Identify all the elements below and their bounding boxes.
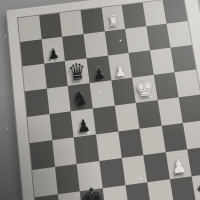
black-queen[interactable]: ♛ (67, 60, 87, 85)
dice-diamond-logo (197, 180, 200, 197)
black-pawn[interactable]: ♟ (76, 117, 91, 136)
square-c3[interactable] (74, 134, 99, 164)
square-a7[interactable] (20, 39, 44, 66)
square-b4[interactable] (49, 111, 74, 140)
square-a2[interactable] (32, 167, 57, 197)
black-pawn[interactable]: ♟ (92, 65, 106, 82)
board-grid: ♜♟♛♟♟♞♚♟♟♟♚ (17, 0, 200, 200)
chessboard: ♜♟♛♟♟♞♚♟♟♟♚ GM CHESS (7, 0, 200, 200)
square-a3[interactable] (30, 140, 55, 170)
square-h5[interactable] (175, 69, 200, 97)
black-pawn[interactable]: ♟ (47, 47, 60, 62)
square-h7[interactable] (167, 21, 192, 48)
square-c8[interactable] (60, 10, 84, 36)
square-b7[interactable]: ♟ (41, 37, 65, 64)
square-b3[interactable] (52, 137, 77, 167)
dust-specks-background (0, 0, 1, 1)
photo-frame: ♜♟♛♟♟♞♚♟♟♟♚ GM CHESS (0, 0, 200, 200)
square-b2[interactable] (55, 164, 80, 194)
square-a6[interactable] (23, 64, 47, 92)
white-rook[interactable]: ♜ (107, 14, 121, 30)
square-a8[interactable] (18, 16, 41, 42)
white-pawn[interactable]: ♟ (113, 62, 127, 79)
black-knight[interactable]: ♞ (71, 87, 90, 110)
dust-specks-board (0, 0, 1, 1)
square-b6[interactable] (44, 61, 68, 89)
square-b8[interactable] (39, 13, 63, 39)
square-h6[interactable] (171, 45, 196, 72)
square-h8[interactable] (163, 0, 188, 24)
square-a5[interactable] (25, 89, 49, 117)
square-c5[interactable]: ♞ (68, 83, 93, 111)
white-king[interactable]: ♚ (134, 75, 156, 101)
square-c6[interactable]: ♛ (65, 58, 89, 86)
white-pawn[interactable]: ♟ (170, 156, 188, 177)
square-a4[interactable] (27, 114, 52, 143)
square-b5[interactable] (46, 86, 70, 114)
black-king[interactable]: ♚ (79, 184, 106, 200)
square-h4[interactable] (179, 95, 200, 123)
square-c1[interactable]: ♚ (80, 188, 106, 200)
brand-text: GM CHESS (198, 42, 200, 70)
square-c4[interactable]: ♟ (71, 108, 96, 137)
